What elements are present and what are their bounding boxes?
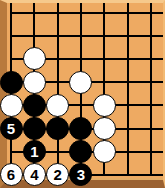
move-number: 4: [30, 167, 38, 182]
stone-white: [93, 94, 116, 117]
stone-white-move-4: 4: [23, 163, 46, 186]
stone-black-move-1: 1: [23, 140, 46, 163]
move-number: 2: [53, 167, 61, 182]
stone-white: [93, 140, 116, 163]
stone-white: [23, 71, 46, 94]
stone-white: [23, 47, 46, 70]
stone-white-move-2: 2: [46, 163, 69, 186]
stone-black-move-3: 3: [69, 163, 92, 186]
go-board: 516423: [0, 0, 165, 188]
grid-line-horizontal: [10, 35, 163, 37]
stone-black: [69, 140, 92, 163]
stone-black: [23, 117, 46, 140]
stone-white: [93, 117, 116, 140]
stone-black: [0, 71, 23, 94]
move-number: 1: [30, 144, 38, 159]
stone-white: [69, 71, 92, 94]
stone-black-move-5: 5: [0, 117, 23, 140]
stone-black: [69, 117, 92, 140]
stone-white: [0, 94, 23, 117]
stone-black: [23, 94, 46, 117]
move-number: 3: [77, 167, 85, 182]
move-number: 5: [7, 121, 15, 136]
stone-white: [46, 94, 69, 117]
stone-white-move-6: 6: [0, 163, 23, 186]
stone-black: [46, 117, 69, 140]
grid-line-horizontal: [10, 12, 163, 14]
move-number: 6: [7, 167, 15, 182]
